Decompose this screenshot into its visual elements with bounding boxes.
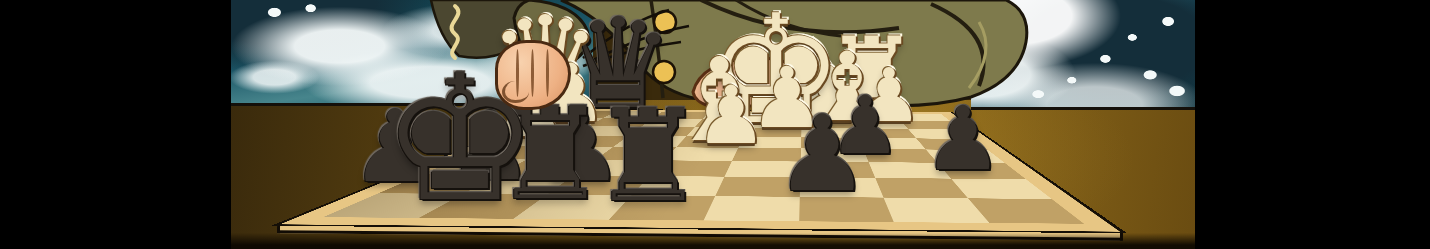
chess-illustration: ♟♚♟♜♟♜♛♟♟♟♟♟♝♟♚♟♞♟♝♜♟♛	[231, 0, 1195, 249]
hand-finger	[546, 49, 549, 96]
hand-finger	[531, 49, 534, 96]
black-pawn-h5[interactable]: ♟	[924, 95, 1003, 183]
black-rook-e8[interactable]: ♜	[591, 92, 706, 220]
bottom-shadow	[231, 233, 1195, 249]
pieces-layer: ♟♚♟♜♟♜♛♟♟♟♟♟♝♟♚♟♞♟♝♜♟♛	[231, 0, 1195, 249]
white-pawn-d3[interactable]: ♟	[695, 76, 767, 156]
black-pawn-f7[interactable]: ♟	[775, 102, 869, 207]
hand-thumb	[502, 81, 529, 103]
banner-stage: ♟♚♟♜♟♜♛♟♟♟♟♟♝♟♚♟♞♟♝♜♟♛	[0, 0, 1430, 249]
